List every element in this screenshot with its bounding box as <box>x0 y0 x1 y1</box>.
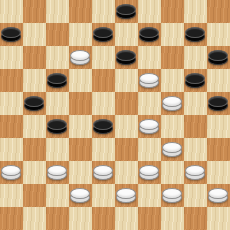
white-man-piece[interactable] <box>139 165 159 180</box>
black-man-piece[interactable] <box>93 27 113 42</box>
light-square[interactable] <box>46 184 69 207</box>
square-44[interactable] <box>161 184 184 207</box>
light-square[interactable] <box>115 69 138 92</box>
light-square[interactable] <box>0 184 23 207</box>
square-49[interactable] <box>138 207 161 230</box>
piece-top <box>70 50 90 61</box>
black-man-piece[interactable] <box>116 50 136 65</box>
square-40[interactable] <box>184 161 207 184</box>
light-square[interactable] <box>115 207 138 230</box>
light-square[interactable] <box>92 46 115 69</box>
square-41[interactable] <box>23 184 46 207</box>
light-square[interactable] <box>69 115 92 138</box>
square-6[interactable] <box>0 23 23 46</box>
light-square[interactable] <box>161 207 184 230</box>
piece-top <box>24 96 44 107</box>
light-square[interactable] <box>0 138 23 161</box>
square-46[interactable] <box>0 207 23 230</box>
light-square[interactable] <box>92 184 115 207</box>
light-square[interactable] <box>69 69 92 92</box>
white-man-piece[interactable] <box>162 188 182 203</box>
light-square[interactable] <box>161 115 184 138</box>
light-square[interactable] <box>138 0 161 23</box>
piece-top <box>139 119 159 130</box>
piece-top <box>139 73 159 84</box>
square-32[interactable] <box>69 138 92 161</box>
black-man-piece[interactable] <box>185 73 205 88</box>
square-45[interactable] <box>207 184 230 207</box>
square-17[interactable] <box>46 69 69 92</box>
light-square[interactable] <box>184 92 207 115</box>
light-square[interactable] <box>161 161 184 184</box>
white-man-piece[interactable] <box>208 188 228 203</box>
board-window <box>0 0 230 230</box>
square-16[interactable] <box>0 69 23 92</box>
square-4[interactable] <box>161 0 184 23</box>
piece-top <box>185 73 205 84</box>
light-square[interactable] <box>23 23 46 46</box>
light-square[interactable] <box>69 207 92 230</box>
square-3[interactable] <box>115 0 138 23</box>
square-20[interactable] <box>184 69 207 92</box>
square-48[interactable] <box>92 207 115 230</box>
square-21[interactable] <box>23 92 46 115</box>
black-man-piece[interactable] <box>1 27 21 42</box>
black-man-piece[interactable] <box>24 96 44 111</box>
light-square[interactable] <box>184 138 207 161</box>
light-square[interactable] <box>138 138 161 161</box>
light-square[interactable] <box>0 92 23 115</box>
black-man-piece[interactable] <box>139 27 159 42</box>
piece-top <box>162 142 182 153</box>
square-18[interactable] <box>92 69 115 92</box>
square-35[interactable] <box>207 138 230 161</box>
light-square[interactable] <box>46 0 69 23</box>
light-square[interactable] <box>138 184 161 207</box>
light-square[interactable] <box>23 69 46 92</box>
black-man-piece[interactable] <box>47 119 67 134</box>
light-square[interactable] <box>69 23 92 46</box>
white-man-piece[interactable] <box>93 165 113 180</box>
light-square[interactable] <box>207 69 230 92</box>
light-square[interactable] <box>92 92 115 115</box>
square-24[interactable] <box>161 92 184 115</box>
piece-top <box>185 165 205 176</box>
square-2[interactable] <box>69 0 92 23</box>
piece-top <box>162 96 182 107</box>
square-19[interactable] <box>138 69 161 92</box>
square-25[interactable] <box>207 92 230 115</box>
square-30[interactable] <box>184 115 207 138</box>
piece-top <box>1 165 21 176</box>
piece-top <box>47 73 67 84</box>
black-man-piece[interactable] <box>208 50 228 65</box>
piece-top <box>1 27 21 38</box>
light-square[interactable] <box>46 46 69 69</box>
piece-top <box>162 188 182 199</box>
square-29[interactable] <box>138 115 161 138</box>
square-10[interactable] <box>184 23 207 46</box>
draughts-board <box>0 0 230 230</box>
white-man-piece[interactable] <box>162 142 182 157</box>
light-square[interactable] <box>115 23 138 46</box>
piece-top <box>208 188 228 199</box>
light-square[interactable] <box>207 161 230 184</box>
light-square[interactable] <box>23 161 46 184</box>
light-square[interactable] <box>23 207 46 230</box>
black-man-piece[interactable] <box>116 4 136 19</box>
square-50[interactable] <box>184 207 207 230</box>
light-square[interactable] <box>138 46 161 69</box>
square-27[interactable] <box>46 115 69 138</box>
square-31[interactable] <box>23 138 46 161</box>
white-man-piece[interactable] <box>70 188 90 203</box>
square-5[interactable] <box>207 0 230 23</box>
piece-top <box>139 27 159 38</box>
square-13[interactable] <box>115 46 138 69</box>
square-36[interactable] <box>0 161 23 184</box>
piece-top <box>139 165 159 176</box>
square-37[interactable] <box>46 161 69 184</box>
piece-top <box>70 188 90 199</box>
light-square[interactable] <box>46 138 69 161</box>
square-33[interactable] <box>115 138 138 161</box>
square-26[interactable] <box>0 115 23 138</box>
square-1[interactable] <box>23 0 46 23</box>
piece-top <box>185 27 205 38</box>
square-14[interactable] <box>161 46 184 69</box>
square-38[interactable] <box>92 161 115 184</box>
black-man-piece[interactable] <box>47 73 67 88</box>
light-square[interactable] <box>207 115 230 138</box>
white-man-piece[interactable] <box>139 73 159 88</box>
piece-top <box>116 4 136 15</box>
square-9[interactable] <box>138 23 161 46</box>
square-42[interactable] <box>69 184 92 207</box>
piece-top <box>47 165 67 176</box>
piece-top <box>93 119 113 130</box>
light-square[interactable] <box>184 46 207 69</box>
black-man-piece[interactable] <box>208 96 228 111</box>
piece-top <box>93 27 113 38</box>
light-square[interactable] <box>115 161 138 184</box>
light-square[interactable] <box>0 46 23 69</box>
light-square[interactable] <box>138 92 161 115</box>
square-12[interactable] <box>69 46 92 69</box>
square-15[interactable] <box>207 46 230 69</box>
light-square[interactable] <box>92 0 115 23</box>
white-man-piece[interactable] <box>162 96 182 111</box>
white-man-piece[interactable] <box>1 165 21 180</box>
light-square[interactable] <box>46 92 69 115</box>
square-23[interactable] <box>115 92 138 115</box>
light-square[interactable] <box>207 23 230 46</box>
square-47[interactable] <box>46 207 69 230</box>
square-28[interactable] <box>92 115 115 138</box>
piece-top <box>93 165 113 176</box>
square-8[interactable] <box>92 23 115 46</box>
black-man-piece[interactable] <box>185 27 205 42</box>
light-square[interactable] <box>69 161 92 184</box>
black-man-piece[interactable] <box>93 119 113 134</box>
square-11[interactable] <box>23 46 46 69</box>
light-square[interactable] <box>184 184 207 207</box>
piece-top <box>116 50 136 61</box>
piece-top <box>47 119 67 130</box>
light-square[interactable] <box>0 0 23 23</box>
white-man-piece[interactable] <box>70 50 90 65</box>
light-square[interactable] <box>92 138 115 161</box>
light-square[interactable] <box>115 115 138 138</box>
light-square[interactable] <box>161 69 184 92</box>
square-22[interactable] <box>69 92 92 115</box>
square-7[interactable] <box>46 23 69 46</box>
piece-top <box>116 188 136 199</box>
light-square[interactable] <box>207 207 230 230</box>
white-man-piece[interactable] <box>139 119 159 134</box>
white-man-piece[interactable] <box>116 188 136 203</box>
white-man-piece[interactable] <box>47 165 67 180</box>
light-square[interactable] <box>23 115 46 138</box>
piece-top <box>208 96 228 107</box>
piece-top <box>208 50 228 61</box>
white-man-piece[interactable] <box>185 165 205 180</box>
square-43[interactable] <box>115 184 138 207</box>
square-39[interactable] <box>138 161 161 184</box>
light-square[interactable] <box>161 23 184 46</box>
square-34[interactable] <box>161 138 184 161</box>
light-square[interactable] <box>184 0 207 23</box>
